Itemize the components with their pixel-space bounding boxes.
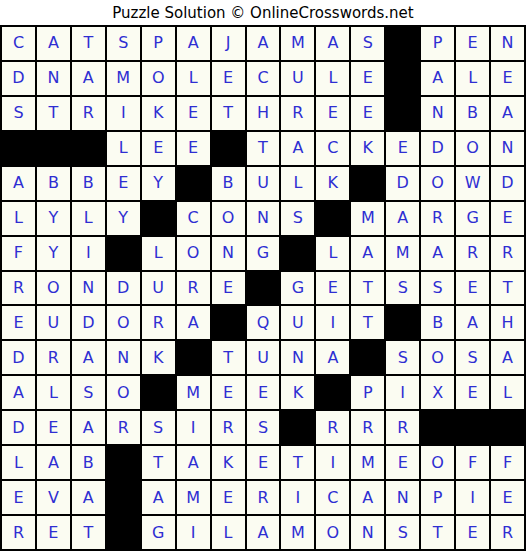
letter-cell-r5c13: O — [420, 166, 455, 201]
letter-cell-r3c9: R — [280, 96, 315, 131]
letter-cell-r12c10: R — [315, 410, 350, 445]
letter-cell-r12c6: I — [176, 410, 211, 445]
letter-cell-r6c8: N — [246, 201, 281, 236]
letter-cell-r3c7: T — [211, 96, 246, 131]
letter-cell-r15c3: T — [71, 515, 106, 550]
letter-cell-r12c11: R — [350, 410, 385, 445]
letter-cell-r11c9: K — [280, 375, 315, 410]
letter-cell-r15c6: I — [176, 515, 211, 550]
letter-cell-r7c12: M — [385, 236, 420, 271]
letter-cell-r10c9: N — [280, 340, 315, 375]
letter-cell-r1c2: A — [36, 26, 71, 61]
letter-cell-r14c13: P — [420, 480, 455, 515]
letter-cell-r8c14: E — [455, 271, 490, 306]
letter-cell-r2c5: O — [141, 61, 176, 96]
letter-cell-r2c3: A — [71, 61, 106, 96]
letter-cell-r9c1: E — [1, 305, 36, 340]
letter-cell-r8c9: G — [280, 271, 315, 306]
block-cell-r6c10 — [315, 201, 350, 236]
letter-cell-r15c7: L — [211, 515, 246, 550]
letter-cell-r10c10: A — [315, 340, 350, 375]
block-cell-r4c1 — [1, 131, 36, 166]
letter-cell-r11c7: E — [211, 375, 246, 410]
letter-cell-r3c13: N — [420, 96, 455, 131]
letter-cell-r3c2: T — [36, 96, 71, 131]
letter-cell-r4c6: E — [176, 131, 211, 166]
letter-cell-r1c13: P — [420, 26, 455, 61]
letter-cell-r4c13: D — [420, 131, 455, 166]
crossword-grid: CATSPAJAMASPENDNAMOLECULEALESTRIKETHREEN… — [0, 25, 526, 551]
letter-cell-r13c10: I — [315, 445, 350, 480]
letter-cell-r15c1: R — [1, 515, 36, 550]
letter-cell-r8c10: E — [315, 271, 350, 306]
block-cell-r10c6 — [176, 340, 211, 375]
block-cell-r3c12 — [385, 96, 420, 131]
letter-cell-r1c15: N — [490, 26, 525, 61]
block-cell-r12c14 — [455, 410, 490, 445]
letter-cell-r6c3: L — [71, 201, 106, 236]
letter-cell-r6c2: Y — [36, 201, 71, 236]
letter-cell-r10c14: S — [455, 340, 490, 375]
letter-cell-r9c14: A — [455, 305, 490, 340]
letter-cell-r1c5: P — [141, 26, 176, 61]
letter-cell-r1c7: J — [211, 26, 246, 61]
block-cell-r7c4 — [106, 236, 141, 271]
letter-cell-r11c11: P — [350, 375, 385, 410]
block-cell-r12c13 — [420, 410, 455, 445]
block-cell-r4c2 — [36, 131, 71, 166]
letter-cell-r13c7: K — [211, 445, 246, 480]
letter-cell-r14c7: E — [211, 480, 246, 515]
letter-cell-r13c1: L — [1, 445, 36, 480]
letter-cell-r8c3: N — [71, 271, 106, 306]
letter-cell-r4c12: E — [385, 131, 420, 166]
letter-cell-r5c15: D — [490, 166, 525, 201]
letter-cell-r14c9: I — [280, 480, 315, 515]
letter-cell-r9c15: H — [490, 305, 525, 340]
letter-cell-r5c9: L — [280, 166, 315, 201]
letter-cell-r2c10: L — [315, 61, 350, 96]
letter-cell-r6c11: M — [350, 201, 385, 236]
letter-cell-r4c15: N — [490, 131, 525, 166]
block-cell-r6c5 — [141, 201, 176, 236]
letter-cell-r14c1: E — [1, 480, 36, 515]
letter-cell-r2c4: M — [106, 61, 141, 96]
letter-cell-r12c2: E — [36, 410, 71, 445]
letter-cell-r14c6: M — [176, 480, 211, 515]
letter-cell-r10c5: K — [141, 340, 176, 375]
letter-cell-r1c3: T — [71, 26, 106, 61]
letter-cell-r2c8: C — [246, 61, 281, 96]
letter-cell-r14c11: A — [350, 480, 385, 515]
letter-cell-r2c13: A — [420, 61, 455, 96]
letter-cell-r10c2: R — [36, 340, 71, 375]
letter-cell-r6c9: S — [280, 201, 315, 236]
letter-cell-r2c15: E — [490, 61, 525, 96]
letter-cell-r13c12: E — [385, 445, 420, 480]
letter-cell-r13c15: F — [490, 445, 525, 480]
letter-cell-r2c9: U — [280, 61, 315, 96]
letter-cell-r15c14: E — [455, 515, 490, 550]
block-cell-r9c7 — [211, 305, 246, 340]
letter-cell-r6c12: A — [385, 201, 420, 236]
letter-cell-r6c7: O — [211, 201, 246, 236]
letter-cell-r13c13: O — [420, 445, 455, 480]
letter-cell-r1c6: A — [176, 26, 211, 61]
letter-cell-r9c10: I — [315, 305, 350, 340]
letter-cell-r12c5: S — [141, 410, 176, 445]
letter-cell-r2c2: N — [36, 61, 71, 96]
letter-cell-r7c5: L — [141, 236, 176, 271]
letter-cell-r7c15: R — [490, 236, 525, 271]
letter-cell-r5c4: E — [106, 166, 141, 201]
letter-cell-r5c1: A — [1, 166, 36, 201]
block-cell-r9c12 — [385, 305, 420, 340]
block-cell-r1c12 — [385, 26, 420, 61]
block-cell-r4c7 — [211, 131, 246, 166]
letter-cell-r12c3: A — [71, 410, 106, 445]
page-title: Puzzle Solution © OnlineCrosswords.net — [0, 0, 526, 25]
letter-cell-r15c11: N — [350, 515, 385, 550]
block-cell-r12c15 — [490, 410, 525, 445]
letter-cell-r7c1: F — [1, 236, 36, 271]
letter-cell-r13c8: E — [246, 445, 281, 480]
letter-cell-r9c5: R — [141, 305, 176, 340]
letter-cell-r13c6: A — [176, 445, 211, 480]
letter-cell-r4c9: A — [280, 131, 315, 166]
letter-cell-r10c1: D — [1, 340, 36, 375]
letter-cell-r13c9: T — [280, 445, 315, 480]
letter-cell-r4c8: T — [246, 131, 281, 166]
letter-cell-r8c5: U — [141, 271, 176, 306]
letter-cell-r6c6: C — [176, 201, 211, 236]
letter-cell-r8c7: E — [211, 271, 246, 306]
block-cell-r2c12 — [385, 61, 420, 96]
letter-cell-r7c7: N — [211, 236, 246, 271]
letter-cell-r9c6: A — [176, 305, 211, 340]
letter-cell-r7c13: A — [420, 236, 455, 271]
letter-cell-r11c14: E — [455, 375, 490, 410]
block-cell-r7c9 — [280, 236, 315, 271]
letter-cell-r7c6: O — [176, 236, 211, 271]
letter-cell-r14c3: A — [71, 480, 106, 515]
letter-cell-r10c3: A — [71, 340, 106, 375]
letter-cell-r5c7: B — [211, 166, 246, 201]
letter-cell-r15c2: E — [36, 515, 71, 550]
letter-cell-r11c1: A — [1, 375, 36, 410]
letter-cell-r10c15: A — [490, 340, 525, 375]
block-cell-r12c9 — [280, 410, 315, 445]
letter-cell-r7c11: A — [350, 236, 385, 271]
letter-cell-r9c9: U — [280, 305, 315, 340]
letter-cell-r15c10: O — [315, 515, 350, 550]
letter-cell-r8c11: T — [350, 271, 385, 306]
letter-cell-r4c11: K — [350, 131, 385, 166]
letter-cell-r11c2: L — [36, 375, 71, 410]
letter-cell-r5c12: D — [385, 166, 420, 201]
letter-cell-r15c9: M — [280, 515, 315, 550]
letter-cell-r3c10: E — [315, 96, 350, 131]
letter-cell-r2c6: L — [176, 61, 211, 96]
letter-cell-r5c2: B — [36, 166, 71, 201]
letter-cell-r8c2: O — [36, 271, 71, 306]
letter-cell-r14c14: I — [455, 480, 490, 515]
letter-cell-r9c4: O — [106, 305, 141, 340]
letter-cell-r3c3: R — [71, 96, 106, 131]
block-cell-r14c4 — [106, 480, 141, 515]
letter-cell-r14c15: E — [490, 480, 525, 515]
letter-cell-r1c1: C — [1, 26, 36, 61]
letter-cell-r4c10: C — [315, 131, 350, 166]
letter-cell-r10c12: S — [385, 340, 420, 375]
letter-cell-r11c3: S — [71, 375, 106, 410]
letter-cell-r7c8: G — [246, 236, 281, 271]
puzzle-solution-page: Puzzle Solution © OnlineCrosswords.net C… — [0, 0, 526, 551]
block-cell-r13c4 — [106, 445, 141, 480]
letter-cell-r11c13: X — [420, 375, 455, 410]
letter-cell-r6c4: Y — [106, 201, 141, 236]
letter-cell-r11c15: L — [490, 375, 525, 410]
letter-cell-r8c6: R — [176, 271, 211, 306]
letter-cell-r5c14: W — [455, 166, 490, 201]
letter-cell-r12c1: D — [1, 410, 36, 445]
block-cell-r11c10 — [315, 375, 350, 410]
letter-cell-r8c15: T — [490, 271, 525, 306]
letter-cell-r13c2: A — [36, 445, 71, 480]
letter-cell-r9c2: U — [36, 305, 71, 340]
letter-cell-r8c4: D — [106, 271, 141, 306]
letter-cell-r11c12: I — [385, 375, 420, 410]
letter-cell-r12c7: R — [211, 410, 246, 445]
letter-cell-r3c4: I — [106, 96, 141, 131]
letter-cell-r13c11: M — [350, 445, 385, 480]
letter-cell-r3c6: E — [176, 96, 211, 131]
block-cell-r11c5 — [141, 375, 176, 410]
letter-cell-r1c10: A — [315, 26, 350, 61]
letter-cell-r12c8: S — [246, 410, 281, 445]
letter-cell-r7c14: R — [455, 236, 490, 271]
letter-cell-r6c13: R — [420, 201, 455, 236]
letter-cell-r12c12: R — [385, 410, 420, 445]
letter-cell-r2c14: L — [455, 61, 490, 96]
letter-cell-r15c15: R — [490, 515, 525, 550]
letter-cell-r13c5: T — [141, 445, 176, 480]
letter-cell-r14c2: V — [36, 480, 71, 515]
letter-cell-r3c8: H — [246, 96, 281, 131]
letter-cell-r14c8: R — [246, 480, 281, 515]
block-cell-r5c11 — [350, 166, 385, 201]
letter-cell-r5c10: K — [315, 166, 350, 201]
letter-cell-r5c3: B — [71, 166, 106, 201]
letter-cell-r8c12: S — [385, 271, 420, 306]
letter-cell-r13c3: B — [71, 445, 106, 480]
letter-cell-r8c13: S — [420, 271, 455, 306]
letter-cell-r14c10: C — [315, 480, 350, 515]
letter-cell-r10c7: T — [211, 340, 246, 375]
letter-cell-r3c11: E — [350, 96, 385, 131]
letter-cell-r1c11: S — [350, 26, 385, 61]
letter-cell-r4c14: O — [455, 131, 490, 166]
letter-cell-r10c13: O — [420, 340, 455, 375]
letter-cell-r4c4: L — [106, 131, 141, 166]
letter-cell-r7c10: L — [315, 236, 350, 271]
letter-cell-r4c5: E — [141, 131, 176, 166]
letter-cell-r3c5: K — [141, 96, 176, 131]
letter-cell-r1c8: A — [246, 26, 281, 61]
letter-cell-r15c5: G — [141, 515, 176, 550]
letter-cell-r10c8: U — [246, 340, 281, 375]
block-cell-r10c11 — [350, 340, 385, 375]
letter-cell-r9c13: B — [420, 305, 455, 340]
letter-cell-r2c7: E — [211, 61, 246, 96]
letter-cell-r9c8: Q — [246, 305, 281, 340]
letter-cell-r11c8: E — [246, 375, 281, 410]
letter-cell-r2c11: E — [350, 61, 385, 96]
letter-cell-r15c12: S — [385, 515, 420, 550]
letter-cell-r8c1: R — [1, 271, 36, 306]
block-cell-r5c6 — [176, 166, 211, 201]
letter-cell-r15c13: T — [420, 515, 455, 550]
letter-cell-r3c14: B — [455, 96, 490, 131]
letter-cell-r2c1: D — [1, 61, 36, 96]
letter-cell-r9c11: T — [350, 305, 385, 340]
letter-cell-r1c9: M — [280, 26, 315, 61]
letter-cell-r3c1: S — [1, 96, 36, 131]
letter-cell-r12c4: R — [106, 410, 141, 445]
letter-cell-r14c5: A — [141, 480, 176, 515]
letter-cell-r9c3: D — [71, 305, 106, 340]
letter-cell-r7c3: I — [71, 236, 106, 271]
letter-cell-r3c15: A — [490, 96, 525, 131]
block-cell-r15c4 — [106, 515, 141, 550]
letter-cell-r15c8: A — [246, 515, 281, 550]
letter-cell-r10c4: N — [106, 340, 141, 375]
letter-cell-r5c5: Y — [141, 166, 176, 201]
letter-cell-r6c14: G — [455, 201, 490, 236]
letter-cell-r13c14: F — [455, 445, 490, 480]
letter-cell-r11c4: O — [106, 375, 141, 410]
letter-cell-r11c6: M — [176, 375, 211, 410]
letter-cell-r7c2: Y — [36, 236, 71, 271]
block-cell-r4c3 — [71, 131, 106, 166]
letter-cell-r6c1: L — [1, 201, 36, 236]
letter-cell-r14c12: N — [385, 480, 420, 515]
letter-cell-r6c15: E — [490, 201, 525, 236]
letter-cell-r1c4: S — [106, 26, 141, 61]
block-cell-r8c8 — [246, 271, 281, 306]
letter-cell-r1c14: E — [455, 26, 490, 61]
letter-cell-r5c8: U — [246, 166, 281, 201]
